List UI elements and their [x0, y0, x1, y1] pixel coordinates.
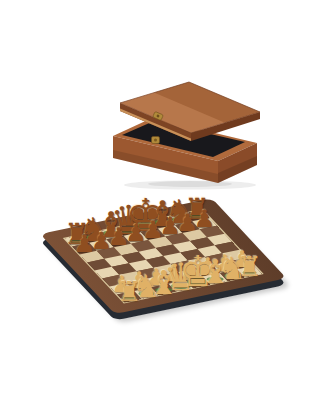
chess-set-product-photo: ♜♞♝♛♚♝♞♜♟♟♟♟♟♟♟♟♟♟♟♟♟♟♟♟♜♞♝♛♚♝♞♜ — [0, 0, 327, 400]
chess-board: ♜♞♝♛♚♝♞♜♟♟♟♟♟♟♟♟♟♟♟♟♟♟♟♟♜♞♝♛♚♝♞♜ — [40, 198, 286, 314]
board-squares: ♜♞♝♛♚♝♞♜♟♟♟♟♟♟♟♟♟♟♟♟♟♟♟♟♜♞♝♛♚♝♞♜ — [65, 210, 262, 303]
storage-box — [105, 78, 275, 190]
box-base-clasp — [152, 137, 160, 144]
square-h1: ♜ — [237, 266, 262, 278]
white-rook-icon: ♜ — [237, 253, 261, 280]
